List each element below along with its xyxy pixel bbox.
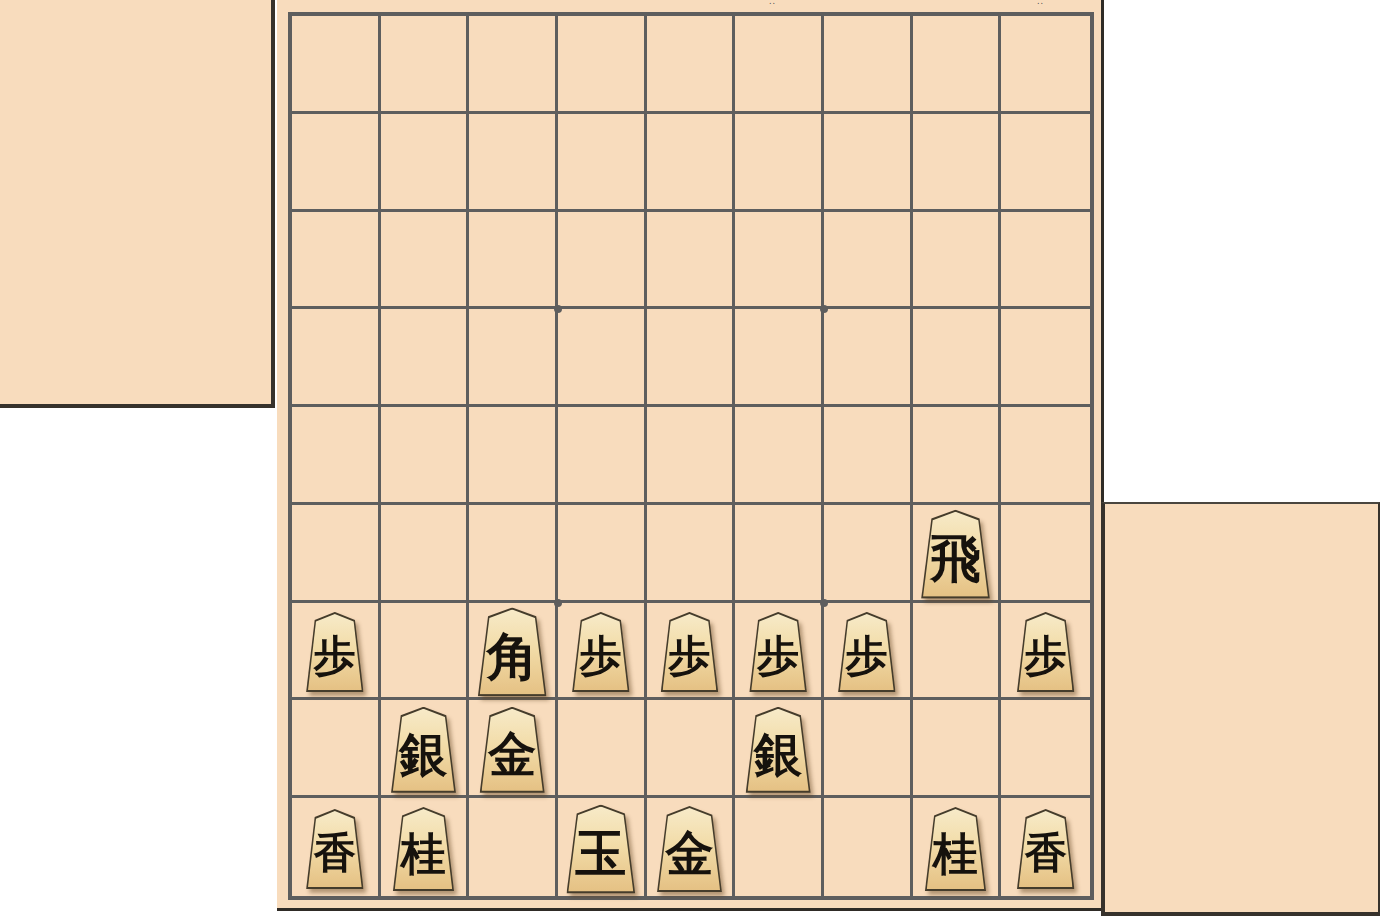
board-cell[interactable] — [1001, 114, 1090, 212]
piece-lance[interactable]: 香 — [1015, 809, 1076, 889]
piece-kanji: 金 — [655, 829, 724, 877]
board-cell[interactable] — [558, 407, 647, 505]
board-cell[interactable] — [558, 16, 647, 114]
piece-kanji: 銀 — [744, 730, 813, 778]
piece-pawn[interactable]: 歩 — [748, 612, 809, 692]
board-cell[interactable] — [558, 212, 647, 310]
board-cell[interactable]: 歩 — [1001, 603, 1090, 701]
board-cell[interactable] — [1001, 505, 1090, 603]
board-cell[interactable] — [469, 212, 558, 310]
piece-pawn[interactable]: 歩 — [304, 612, 365, 692]
board-top-mark: .. — [769, 0, 776, 6]
piece-silver[interactable]: 銀 — [744, 707, 813, 793]
board-cell[interactable] — [913, 309, 1002, 407]
board-cell[interactable] — [558, 505, 647, 603]
board-cell[interactable] — [913, 212, 1002, 310]
board-cell[interactable]: 歩 — [824, 603, 913, 701]
board-cell[interactable]: 飛 — [913, 505, 1002, 603]
board-cell[interactable]: 歩 — [292, 603, 381, 701]
board-cell[interactable] — [292, 700, 381, 798]
board-cell[interactable] — [292, 16, 381, 114]
board-cell[interactable] — [824, 407, 913, 505]
piece-kanji: 香 — [304, 832, 365, 874]
piece-kanji: 歩 — [1015, 635, 1076, 677]
piece-gold[interactable]: 金 — [655, 806, 724, 892]
board-cell[interactable]: 歩 — [647, 603, 736, 701]
board-cell[interactable] — [647, 212, 736, 310]
board-cell[interactable] — [292, 212, 381, 310]
board-cell[interactable] — [913, 603, 1002, 701]
piece-kanji: 桂 — [923, 831, 988, 876]
board-cell[interactable] — [292, 505, 381, 603]
board-cell[interactable]: 歩 — [558, 603, 647, 701]
board-cell[interactable] — [647, 505, 736, 603]
board-cell[interactable] — [381, 603, 470, 701]
board-cell[interactable] — [381, 505, 470, 603]
hoshi-dot — [820, 599, 828, 607]
board-cell[interactable] — [735, 309, 824, 407]
board-cell[interactable] — [1001, 16, 1090, 114]
board-cell[interactable] — [469, 309, 558, 407]
board-cell[interactable] — [647, 407, 736, 505]
board-cell[interactable] — [558, 114, 647, 212]
board-cell[interactable] — [381, 212, 470, 310]
piece-kanji: 歩 — [570, 635, 631, 677]
piece-kanji: 角 — [476, 631, 549, 682]
board-cell[interactable]: 金 — [469, 700, 558, 798]
piece-pawn[interactable]: 歩 — [836, 612, 897, 692]
board-cell[interactable] — [824, 309, 913, 407]
board-cell[interactable] — [824, 16, 913, 114]
board-cell[interactable]: 玉 — [558, 798, 647, 896]
piece-king[interactable]: 玉 — [564, 805, 637, 894]
piece-gold[interactable]: 金 — [478, 707, 547, 793]
board-cell[interactable] — [292, 114, 381, 212]
board-cell[interactable] — [469, 798, 558, 896]
board-cell[interactable] — [558, 700, 647, 798]
board-cell[interactable] — [913, 16, 1002, 114]
shogi-board: .. .. 飛歩角歩歩歩歩歩銀金銀香桂玉金桂香 — [277, 0, 1104, 911]
board-cell[interactable] — [381, 16, 470, 114]
piece-kanji: 飛 — [919, 533, 992, 584]
piece-bishop[interactable]: 角 — [476, 607, 549, 696]
piece-pawn[interactable]: 歩 — [659, 612, 720, 692]
board-cell[interactable] — [469, 114, 558, 212]
piece-rook[interactable]: 飛 — [919, 510, 992, 599]
board-cell[interactable] — [381, 114, 470, 212]
board-cell[interactable] — [824, 798, 913, 896]
piece-pawn[interactable]: 歩 — [570, 612, 631, 692]
piece-kanji: 香 — [1015, 832, 1076, 874]
board-cell[interactable] — [469, 505, 558, 603]
board-cell[interactable]: 金 — [647, 798, 736, 896]
board-cell[interactable]: 桂 — [381, 798, 470, 896]
board-cell[interactable] — [647, 16, 736, 114]
board-cell[interactable] — [381, 407, 470, 505]
piece-kanji: 歩 — [659, 635, 720, 677]
board-cell[interactable] — [558, 309, 647, 407]
board-cell[interactable] — [647, 114, 736, 212]
board-top-mark: .. — [1037, 0, 1044, 6]
board-cell[interactable]: 銀 — [381, 700, 470, 798]
board-grid: 飛歩角歩歩歩歩歩銀金銀香桂玉金桂香 — [288, 12, 1094, 900]
piece-kanji: 銀 — [389, 730, 458, 778]
board-cell[interactable] — [735, 505, 824, 603]
board-cell[interactable]: 香 — [292, 798, 381, 896]
piece-knight[interactable]: 桂 — [391, 807, 456, 891]
board-cell[interactable] — [824, 700, 913, 798]
piece-knight[interactable]: 桂 — [923, 807, 988, 891]
board-cell[interactable] — [735, 16, 824, 114]
hoshi-dot — [554, 599, 562, 607]
board-cell[interactable] — [913, 114, 1002, 212]
board-cell[interactable] — [913, 700, 1002, 798]
board-cell[interactable] — [735, 798, 824, 896]
sente-hand-tray[interactable] — [1101, 502, 1380, 916]
board-cell[interactable] — [735, 212, 824, 310]
board-cell[interactable] — [469, 16, 558, 114]
board-cell[interactable] — [292, 309, 381, 407]
piece-kanji: 歩 — [836, 635, 897, 677]
board-cell[interactable] — [913, 407, 1002, 505]
piece-kanji: 金 — [478, 730, 547, 778]
piece-silver[interactable]: 銀 — [389, 707, 458, 793]
shogi-app: .. .. 飛歩角歩歩歩歩歩銀金銀香桂玉金桂香 — [0, 0, 1380, 916]
board-cell[interactable] — [824, 212, 913, 310]
piece-pawn[interactable]: 歩 — [1015, 612, 1076, 692]
board-cell[interactable] — [381, 309, 470, 407]
piece-kanji: 玉 — [564, 828, 637, 879]
piece-kanji: 歩 — [748, 635, 809, 677]
piece-lance[interactable]: 香 — [304, 809, 365, 889]
board-cell[interactable]: 角 — [469, 603, 558, 701]
board-cell[interactable] — [1001, 212, 1090, 310]
board-cell[interactable] — [735, 114, 824, 212]
board-cell[interactable] — [824, 114, 913, 212]
board-cell[interactable]: 桂 — [913, 798, 1002, 896]
board-cell[interactable]: 銀 — [735, 700, 824, 798]
board-cell[interactable] — [824, 505, 913, 603]
board-cell[interactable] — [1001, 407, 1090, 505]
board-cell[interactable] — [647, 700, 736, 798]
board-cell[interactable]: 香 — [1001, 798, 1090, 896]
board-cell[interactable] — [735, 407, 824, 505]
board-cell[interactable] — [1001, 309, 1090, 407]
board-cell[interactable] — [647, 309, 736, 407]
board-cell[interactable] — [469, 407, 558, 505]
board-cell[interactable]: 歩 — [735, 603, 824, 701]
board-cell[interactable] — [1001, 700, 1090, 798]
gote-hand-tray[interactable] — [0, 0, 275, 408]
piece-kanji: 桂 — [391, 831, 456, 876]
board-cell[interactable] — [292, 407, 381, 505]
piece-kanji: 歩 — [304, 635, 365, 677]
